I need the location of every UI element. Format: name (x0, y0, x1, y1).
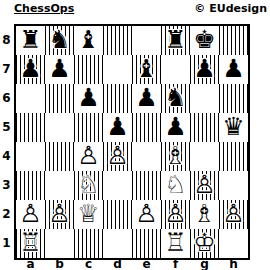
square-a6[interactable] (16, 84, 45, 113)
square-c3[interactable]: ♘ (74, 171, 103, 200)
square-c2[interactable]: ♕ (74, 200, 103, 229)
square-g4[interactable] (190, 142, 219, 171)
piece-black-rook: ♜ (161, 26, 190, 55)
square-e5[interactable] (132, 113, 161, 142)
rank-label-4: 4 (0, 142, 13, 171)
piece-white-pawn: ♙ (190, 171, 219, 200)
square-f6[interactable]: ♞ (161, 84, 190, 113)
square-g6[interactable] (190, 84, 219, 113)
square-h2[interactable]: ♙ (219, 200, 248, 229)
piece-black-knight: ♞ (45, 26, 74, 55)
piece-white-queen: ♕ (74, 200, 103, 229)
square-e4[interactable] (132, 142, 161, 171)
piece-black-pawn: ♟ (132, 84, 161, 113)
square-f1[interactable]: ♖ (161, 229, 190, 258)
piece-white-pawn: ♙ (219, 200, 248, 229)
file-label-b: b (45, 259, 74, 270)
square-e1[interactable] (132, 229, 161, 258)
square-g5[interactable] (190, 113, 219, 142)
square-a1[interactable]: ♖ (16, 229, 45, 258)
square-d8[interactable] (103, 26, 132, 55)
square-f3[interactable]: ♘ (161, 171, 190, 200)
square-h6[interactable] (219, 84, 248, 113)
square-a8[interactable]: ♜ (16, 26, 45, 55)
square-f4[interactable]: ♗ (161, 142, 190, 171)
piece-white-pawn: ♙ (45, 200, 74, 229)
square-b2[interactable]: ♙ (45, 200, 74, 229)
square-c4[interactable]: ♙ (74, 142, 103, 171)
piece-black-pawn: ♟ (219, 55, 248, 84)
piece-black-pawn: ♟ (16, 55, 45, 84)
rank-label-8: 8 (0, 26, 13, 55)
rank-label-1: 1 (0, 229, 13, 258)
square-g2[interactable]: ♗ (190, 200, 219, 229)
square-f8[interactable]: ♜ (161, 26, 190, 55)
rank-label-7: 7 (0, 55, 13, 84)
square-f2[interactable]: ♙ (161, 200, 190, 229)
file-label-h: h (219, 259, 248, 270)
piece-black-bishop: ♝ (132, 55, 161, 84)
square-h7[interactable]: ♟ (219, 55, 248, 84)
file-label-c: c (74, 259, 103, 270)
piece-black-pawn: ♟ (103, 113, 132, 142)
piece-white-bishop: ♗ (190, 200, 219, 229)
square-c1[interactable] (74, 229, 103, 258)
rank-label-2: 2 (0, 200, 13, 229)
square-e8[interactable] (132, 26, 161, 55)
square-g7[interactable]: ♟ (190, 55, 219, 84)
piece-white-pawn: ♙ (132, 200, 161, 229)
square-e7[interactable]: ♝ (132, 55, 161, 84)
piece-black-pawn: ♟ (190, 55, 219, 84)
chess-board: ♜♞♝♜♚♟♟♝♟♟♟♟♞♟♟♛♙♙♗♘♘♙♙♙♕♙♙♗♙♖♖♔ (16, 26, 248, 258)
header: ChessOps © EUdesign (14, 2, 267, 15)
square-h1[interactable] (219, 229, 248, 258)
piece-black-knight: ♞ (161, 84, 190, 113)
rank-label-6: 6 (0, 84, 13, 113)
file-label-f: f (161, 259, 190, 270)
rank-label-3: 3 (0, 171, 13, 200)
piece-white-pawn: ♙ (103, 142, 132, 171)
square-c7[interactable] (74, 55, 103, 84)
square-a2[interactable]: ♙ (16, 200, 45, 229)
file-label-e: e (132, 259, 161, 270)
square-g1[interactable]: ♔ (190, 229, 219, 258)
square-e6[interactable]: ♟ (132, 84, 161, 113)
credit-label: © EUdesign (194, 2, 267, 15)
file-label-g: g (190, 259, 219, 270)
square-a3[interactable] (16, 171, 45, 200)
square-d7[interactable] (103, 55, 132, 84)
piece-white-rook: ♖ (16, 229, 45, 258)
square-d4[interactable]: ♙ (103, 142, 132, 171)
square-c6[interactable]: ♟ (74, 84, 103, 113)
file-labels: abcdefgh (16, 259, 248, 270)
piece-white-knight: ♘ (74, 171, 103, 200)
file-label-a: a (16, 259, 45, 270)
piece-black-pawn: ♟ (161, 113, 190, 142)
square-a7[interactable]: ♟ (16, 55, 45, 84)
square-h5[interactable]: ♛ (219, 113, 248, 142)
square-a5[interactable] (16, 113, 45, 142)
square-c8[interactable]: ♝ (74, 26, 103, 55)
square-h3[interactable] (219, 171, 248, 200)
piece-white-rook: ♖ (161, 229, 190, 258)
square-d5[interactable]: ♟ (103, 113, 132, 142)
chess-board-frame: ♜♞♝♜♚♟♟♝♟♟♟♟♞♟♟♛♙♙♗♘♘♙♙♙♕♙♙♗♙♖♖♔ (14, 24, 250, 260)
square-b3[interactable] (45, 171, 74, 200)
piece-white-pawn: ♙ (16, 200, 45, 229)
square-h8[interactable] (219, 26, 248, 55)
app-title: ChessOps (14, 2, 74, 15)
square-b6[interactable] (45, 84, 74, 113)
piece-white-bishop: ♗ (161, 142, 190, 171)
piece-black-pawn: ♟ (74, 84, 103, 113)
square-g3[interactable]: ♙ (190, 171, 219, 200)
file-label-d: d (103, 259, 132, 270)
piece-white-knight: ♘ (161, 171, 190, 200)
piece-white-pawn: ♙ (161, 200, 190, 229)
square-b5[interactable] (45, 113, 74, 142)
square-e2[interactable]: ♙ (132, 200, 161, 229)
square-a4[interactable] (16, 142, 45, 171)
piece-white-pawn: ♙ (74, 142, 103, 171)
piece-black-bishop: ♝ (74, 26, 103, 55)
square-b8[interactable]: ♞ (45, 26, 74, 55)
square-b7[interactable]: ♟ (45, 55, 74, 84)
rank-label-5: 5 (0, 113, 13, 142)
square-f7[interactable] (161, 55, 190, 84)
square-d6[interactable] (103, 84, 132, 113)
square-c5[interactable] (74, 113, 103, 142)
square-f5[interactable]: ♟ (161, 113, 190, 142)
piece-black-rook: ♜ (16, 26, 45, 55)
square-d1[interactable] (103, 229, 132, 258)
rank-labels: 87654321 (0, 26, 13, 258)
piece-black-pawn: ♟ (45, 55, 74, 84)
square-h4[interactable] (219, 142, 248, 171)
piece-black-queen: ♛ (219, 113, 248, 142)
piece-black-king: ♚ (190, 26, 219, 55)
square-g8[interactable]: ♚ (190, 26, 219, 55)
square-b1[interactable] (45, 229, 74, 258)
piece-white-king: ♔ (190, 229, 219, 258)
square-d2[interactable] (103, 200, 132, 229)
square-e3[interactable] (132, 171, 161, 200)
square-b4[interactable] (45, 142, 74, 171)
square-d3[interactable] (103, 171, 132, 200)
